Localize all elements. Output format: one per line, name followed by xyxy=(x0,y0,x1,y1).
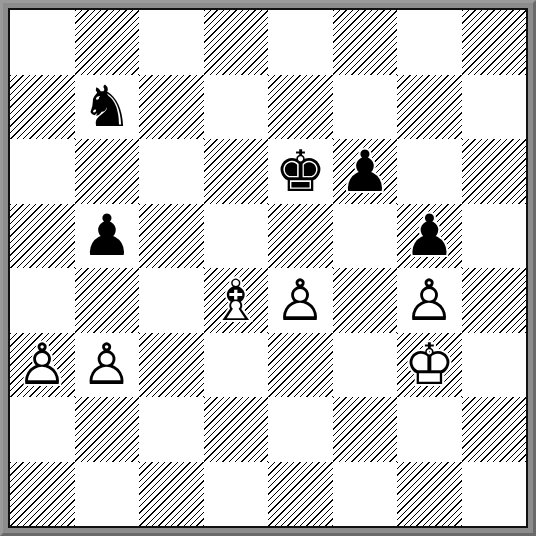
square-c2[interactable] xyxy=(139,397,204,462)
square-b8[interactable] xyxy=(75,10,140,75)
board-frame: ♞♞♚♚♟♟♟♟♟♟♝♗♟♙♟♙♟♙♟♙♚♔ xyxy=(0,0,536,536)
square-c5[interactable] xyxy=(139,204,204,269)
square-d1[interactable] xyxy=(204,462,269,527)
square-f4[interactable] xyxy=(333,268,398,333)
square-e2[interactable] xyxy=(268,397,333,462)
square-e8[interactable] xyxy=(268,10,333,75)
piece-black-pawn[interactable]: ♟♟ xyxy=(333,139,398,204)
black-pawn-glyph: ♟ xyxy=(81,207,132,264)
square-g1[interactable] xyxy=(397,462,462,527)
square-f3[interactable] xyxy=(333,333,398,398)
square-b3[interactable]: ♟♙ xyxy=(75,333,140,398)
square-f7[interactable] xyxy=(333,75,398,140)
square-a4[interactable] xyxy=(10,268,75,333)
piece-black-knight[interactable]: ♞♞ xyxy=(75,75,140,140)
square-h6[interactable] xyxy=(462,139,527,204)
square-d5[interactable] xyxy=(204,204,269,269)
piece-white-bishop[interactable]: ♝♗ xyxy=(204,268,269,333)
piece-white-pawn[interactable]: ♟♙ xyxy=(10,333,75,398)
square-h3[interactable] xyxy=(462,333,527,398)
square-d2[interactable] xyxy=(204,397,269,462)
square-b1[interactable] xyxy=(75,462,140,527)
piece-white-pawn[interactable]: ♟♙ xyxy=(268,268,333,333)
square-c3[interactable] xyxy=(139,333,204,398)
square-h7[interactable] xyxy=(462,75,527,140)
square-a5[interactable] xyxy=(10,204,75,269)
square-e6[interactable]: ♚♚ xyxy=(268,139,333,204)
square-g6[interactable] xyxy=(397,139,462,204)
square-e5[interactable] xyxy=(268,204,333,269)
white-king-glyph: ♔ xyxy=(404,336,455,393)
piece-black-king[interactable]: ♚♚ xyxy=(268,139,333,204)
square-d4[interactable]: ♝♗ xyxy=(204,268,269,333)
square-g8[interactable] xyxy=(397,10,462,75)
square-e1[interactable] xyxy=(268,462,333,527)
white-bishop-glyph: ♗ xyxy=(210,272,261,329)
black-pawn-glyph: ♟ xyxy=(404,207,455,264)
square-a6[interactable] xyxy=(10,139,75,204)
piece-white-king[interactable]: ♚♔ xyxy=(397,333,462,398)
square-d7[interactable] xyxy=(204,75,269,140)
square-e7[interactable] xyxy=(268,75,333,140)
square-b2[interactable] xyxy=(75,397,140,462)
square-c8[interactable] xyxy=(139,10,204,75)
square-c4[interactable] xyxy=(139,268,204,333)
square-g2[interactable] xyxy=(397,397,462,462)
square-e4[interactable]: ♟♙ xyxy=(268,268,333,333)
square-b4[interactable] xyxy=(75,268,140,333)
white-pawn-glyph: ♙ xyxy=(404,272,455,329)
square-a3[interactable]: ♟♙ xyxy=(10,333,75,398)
piece-black-pawn[interactable]: ♟♟ xyxy=(75,204,140,269)
black-pawn-glyph: ♟ xyxy=(339,143,390,200)
square-b6[interactable] xyxy=(75,139,140,204)
square-c1[interactable] xyxy=(139,462,204,527)
piece-black-pawn[interactable]: ♟♟ xyxy=(397,204,462,269)
white-pawn-glyph: ♙ xyxy=(17,336,68,393)
square-c7[interactable] xyxy=(139,75,204,140)
black-king-glyph: ♚ xyxy=(275,143,326,200)
square-a8[interactable] xyxy=(10,10,75,75)
square-g4[interactable]: ♟♙ xyxy=(397,268,462,333)
square-b5[interactable]: ♟♟ xyxy=(75,204,140,269)
square-d6[interactable] xyxy=(204,139,269,204)
square-f2[interactable] xyxy=(333,397,398,462)
black-knight-glyph: ♞ xyxy=(81,78,132,135)
square-d3[interactable] xyxy=(204,333,269,398)
square-g3[interactable]: ♚♔ xyxy=(397,333,462,398)
square-f5[interactable] xyxy=(333,204,398,269)
white-pawn-glyph: ♙ xyxy=(275,272,326,329)
square-e3[interactable] xyxy=(268,333,333,398)
white-pawn-glyph: ♙ xyxy=(81,336,132,393)
square-d8[interactable] xyxy=(204,10,269,75)
square-f8[interactable] xyxy=(333,10,398,75)
square-a1[interactable] xyxy=(10,462,75,527)
square-g5[interactable]: ♟♟ xyxy=(397,204,462,269)
square-f6[interactable]: ♟♟ xyxy=(333,139,398,204)
square-h1[interactable] xyxy=(462,462,527,527)
square-a7[interactable] xyxy=(10,75,75,140)
square-h8[interactable] xyxy=(462,10,527,75)
square-g7[interactable] xyxy=(397,75,462,140)
piece-white-pawn[interactable]: ♟♙ xyxy=(75,333,140,398)
chess-board: ♞♞♚♚♟♟♟♟♟♟♝♗♟♙♟♙♟♙♟♙♚♔ xyxy=(8,8,528,528)
square-a2[interactable] xyxy=(10,397,75,462)
square-h4[interactable] xyxy=(462,268,527,333)
piece-white-pawn[interactable]: ♟♙ xyxy=(397,268,462,333)
square-b7[interactable]: ♞♞ xyxy=(75,75,140,140)
square-f1[interactable] xyxy=(333,462,398,527)
square-h2[interactable] xyxy=(462,397,527,462)
square-c6[interactable] xyxy=(139,139,204,204)
square-h5[interactable] xyxy=(462,204,527,269)
